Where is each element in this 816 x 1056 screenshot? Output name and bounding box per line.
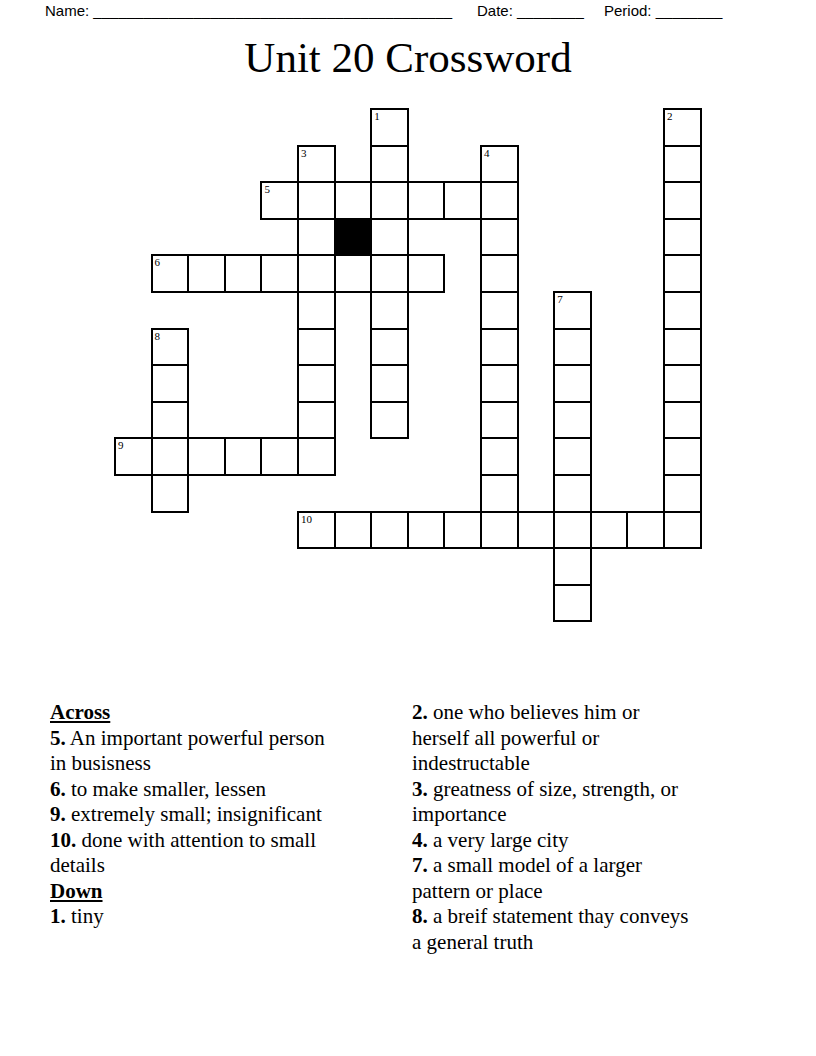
grid-cell[interactable]: 4 [481, 146, 518, 183]
clue-down-7: 7. a small model of a larger pattern or … [412, 853, 692, 904]
clue-down-1: 1. tiny [50, 904, 342, 930]
grid-cell[interactable] [554, 548, 591, 585]
grid-cell[interactable] [371, 329, 408, 366]
clue-down-4: 4. a very large city [412, 828, 692, 854]
clue-down-2: 2. one who believes him or herself all p… [412, 700, 692, 777]
grid-cell[interactable] [371, 512, 408, 549]
grid-cell[interactable] [481, 365, 518, 402]
grid-cell[interactable] [444, 512, 481, 549]
clue-text: An important powerful person in busisnes… [50, 726, 325, 776]
grid-cell[interactable]: 5 [261, 182, 298, 219]
grid-cell[interactable] [261, 438, 298, 475]
clue-across-9: 9. extremely small; insignificant [50, 802, 342, 828]
grid-cell[interactable] [371, 182, 408, 219]
grid-cell[interactable] [664, 292, 701, 329]
grid-cell[interactable] [408, 255, 445, 292]
cell-number: 9 [118, 439, 124, 451]
grid-cell[interactable] [481, 402, 518, 439]
period-blank-line[interactable]: ________ [656, 2, 723, 19]
clue-text: a breif statement thay conveys a general… [412, 904, 688, 954]
clue-number: 8. [412, 904, 428, 928]
grid-cell[interactable] [261, 255, 298, 292]
grid-cell[interactable] [152, 365, 189, 402]
clue-across-10: 10. done with attention to small details [50, 828, 342, 879]
clue-text: greatness of size, strength, or importan… [412, 777, 678, 827]
crossword-grid: 12345678910 [115, 109, 701, 621]
clue-text: one who believes him or herself all powe… [412, 700, 639, 775]
clue-number: 10. [50, 828, 76, 852]
grid-cell[interactable]: 1 [371, 109, 408, 146]
grid-cell[interactable] [481, 219, 518, 256]
grid-cell[interactable] [298, 292, 335, 329]
clue-number: 1. [50, 904, 66, 928]
clue-number: 7. [412, 853, 428, 877]
grid-cell[interactable] [371, 255, 408, 292]
name-field: Name: __________________________________… [45, 2, 452, 19]
grid-cell[interactable] [664, 329, 701, 366]
grid-cell[interactable] [152, 475, 189, 512]
down-heading: Down [50, 879, 342, 905]
grid-cell[interactable] [298, 365, 335, 402]
grid-cell[interactable] [298, 438, 335, 475]
grid-cell[interactable] [188, 438, 225, 475]
period-field: Period: ________ [604, 2, 722, 19]
grid-cell[interactable] [664, 365, 701, 402]
date-label: Date: [477, 2, 513, 19]
worksheet-page: Name: __________________________________… [0, 0, 816, 1056]
cell-number: 2 [667, 110, 673, 122]
grid-cell[interactable] [481, 292, 518, 329]
clue-text: extremely small; insignificant [71, 802, 322, 826]
clue-number: 9. [50, 802, 66, 826]
grid-cell[interactable] [481, 255, 518, 292]
grid-cell[interactable] [481, 182, 518, 219]
grid-cell[interactable] [371, 365, 408, 402]
grid-cell[interactable] [481, 329, 518, 366]
grid-cell[interactable] [188, 255, 225, 292]
grid-cell[interactable] [664, 182, 701, 219]
page-title: Unit 20 Crossword [0, 33, 816, 82]
date-field: Date: ________ [477, 2, 584, 19]
grid-cell[interactable] [554, 475, 591, 512]
clue-number: 3. [412, 777, 428, 801]
cell-number: 5 [264, 183, 270, 195]
grid-cell[interactable]: 8 [152, 329, 189, 366]
grid-cell[interactable] [554, 365, 591, 402]
grid-cell[interactable] [298, 255, 335, 292]
cell-number: 1 [374, 110, 380, 122]
grid-cell[interactable] [518, 512, 555, 549]
grid-cell[interactable]: 2 [664, 109, 701, 146]
grid-cell[interactable] [371, 219, 408, 256]
grid-cell[interactable] [664, 438, 701, 475]
grid-cell[interactable] [371, 146, 408, 183]
clue-number: 6. [50, 777, 66, 801]
date-blank-line[interactable]: ________ [517, 2, 584, 19]
clue-text: done with attention to small details [50, 828, 316, 878]
clue-text: a very large city [433, 828, 568, 852]
cell-number: 8 [155, 330, 161, 342]
grid-cell[interactable]: 7 [554, 292, 591, 329]
grid-cell[interactable] [408, 182, 445, 219]
clue-across-6: 6. to make smaller, lessen [50, 777, 342, 803]
grid-cell[interactable] [225, 255, 262, 292]
grid-cell[interactable] [664, 475, 701, 512]
clue-down-8: 8. a breif statement thay conveys a gene… [412, 904, 692, 955]
grid-cell[interactable] [481, 512, 518, 549]
grid-cell[interactable] [664, 255, 701, 292]
grid-cell[interactable]: 10 [298, 512, 335, 549]
clue-down-3: 3. greatness of size, strength, or impor… [412, 777, 692, 828]
grid-cell[interactable] [298, 402, 335, 439]
grid-cell[interactable] [664, 219, 701, 256]
grid-cell[interactable] [481, 475, 518, 512]
grid-cell[interactable] [554, 402, 591, 439]
grid-cell[interactable] [554, 329, 591, 366]
grid-cell[interactable] [335, 182, 372, 219]
grid-cell[interactable] [371, 292, 408, 329]
grid-cell[interactable]: 3 [298, 146, 335, 183]
grid-cell[interactable] [591, 512, 628, 549]
cell-number: 7 [557, 293, 563, 305]
cell-number: 4 [484, 147, 490, 159]
grid-cell[interactable] [225, 438, 262, 475]
clue-text: tiny [71, 904, 104, 928]
black-cell [335, 219, 372, 256]
grid-cell[interactable] [298, 182, 335, 219]
grid-cell[interactable] [554, 438, 591, 475]
grid-cell[interactable] [664, 402, 701, 439]
clues-right-column: 2. one who believes him or herself all p… [412, 700, 692, 955]
grid-cell[interactable] [481, 438, 518, 475]
grid-cell[interactable] [298, 219, 335, 256]
grid-cell[interactable] [408, 512, 445, 549]
clue-number: 2. [412, 700, 428, 724]
grid-cell[interactable] [664, 512, 701, 549]
grid-cell[interactable]: 6 [152, 255, 189, 292]
across-heading: Across [50, 700, 342, 726]
grid-cell[interactable]: 9 [115, 438, 152, 475]
grid-cell[interactable] [554, 512, 591, 549]
clue-number: 5. [50, 726, 66, 750]
cell-number: 10 [301, 513, 312, 525]
period-label: Period: [604, 2, 652, 19]
grid-cell[interactable] [298, 329, 335, 366]
clue-number: 4. [412, 828, 428, 852]
grid-cell[interactable] [444, 182, 481, 219]
grid-cell[interactable] [627, 512, 664, 549]
clues-left-column: Across 5. An important powerful person i… [50, 700, 342, 930]
clue-across-5: 5. An important powerful person in busis… [50, 726, 342, 777]
name-blank-line[interactable]: ________________________________________… [93, 2, 452, 19]
cell-number: 3 [301, 147, 307, 159]
clue-text: to make smaller, lessen [71, 777, 266, 801]
grid-cell[interactable] [152, 438, 189, 475]
grid-cell[interactable] [664, 146, 701, 183]
grid-cell[interactable] [371, 402, 408, 439]
grid-cell[interactable] [335, 512, 372, 549]
grid-cell[interactable] [335, 255, 372, 292]
cell-number: 6 [155, 256, 161, 268]
grid-cell[interactable] [554, 585, 591, 622]
clue-text: a small model of a larger pattern or pla… [412, 853, 642, 903]
grid-cell[interactable] [152, 402, 189, 439]
name-label: Name: [45, 2, 89, 19]
